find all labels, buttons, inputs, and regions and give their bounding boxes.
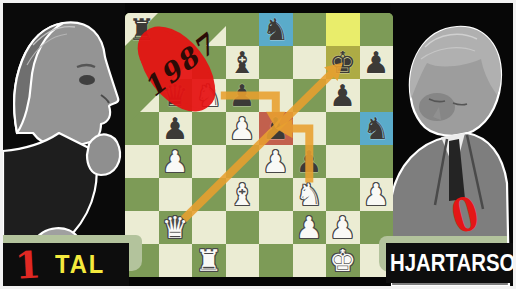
tal-hand-on-chin [87, 134, 120, 175]
arrow-c6-e5 [221, 96, 276, 113]
year-scribble: 1987 [127, 16, 229, 122]
left-label: 1 TAL [3, 243, 129, 286]
tal-score: 1 [14, 244, 42, 285]
arrow-f3-e5 [292, 129, 310, 183]
thumbnail: ♜♞♝♚♟♛♞♟♟♟♟♟♞♟♟♟♝♞♟♛♟♟♜♚ 1987 [0, 0, 516, 289]
hjartarson-name: HJARTARSON [390, 249, 516, 277]
tal-name: TAL [55, 250, 105, 279]
right-label: HJARTARSON [386, 243, 513, 283]
tal-eye [79, 75, 95, 85]
